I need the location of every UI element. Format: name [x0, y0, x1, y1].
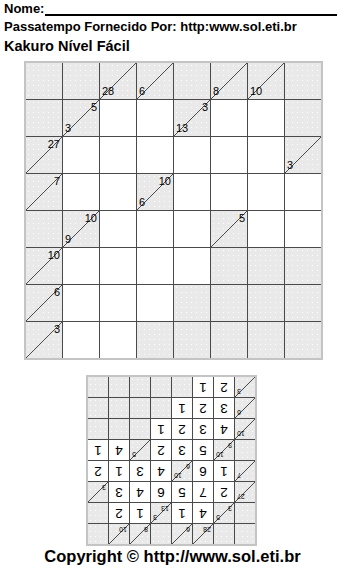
block-cell: [248, 248, 284, 284]
across-clue: 27: [237, 493, 245, 500]
solution-digit: 2: [214, 482, 234, 502]
solution-cell: 4: [214, 419, 234, 439]
entry-cell[interactable]: [174, 137, 210, 173]
across-clue: 3: [237, 388, 241, 395]
solution-cell: 1: [109, 461, 129, 481]
entry-cell[interactable]: [100, 137, 136, 173]
entry-cell[interactable]: [211, 137, 247, 173]
entry-cell[interactable]: [63, 248, 99, 284]
down-clue: 6: [186, 463, 190, 470]
entry-cell[interactable]: [63, 285, 99, 321]
across-clue: 10: [216, 451, 224, 458]
entry-cell[interactable]: [137, 211, 173, 247]
block-cell: [151, 377, 171, 397]
clue-cell: 3: [26, 322, 62, 358]
clue-cell: 10: [235, 419, 255, 439]
solution-cell: 5: [172, 482, 192, 502]
down-clue: 28: [203, 526, 211, 533]
solution-cell: 2: [109, 503, 129, 523]
solution-digit: 2: [172, 419, 192, 439]
block-cell: [248, 322, 284, 358]
down-clue: 13: [161, 505, 169, 512]
block-cell: [88, 524, 108, 544]
across-clue: 10: [85, 213, 97, 224]
entry-cell[interactable]: [63, 322, 99, 358]
entry-cell[interactable]: [137, 137, 173, 173]
across-clue: 5: [239, 213, 245, 224]
solution-digit: 5: [172, 482, 192, 502]
block-cell: [88, 503, 108, 523]
solution-grid-rotated: 2868105341313122727564337161064312109532…: [86, 375, 257, 546]
block-cell: [285, 285, 321, 321]
solution-digit: 1: [214, 461, 234, 481]
entry-cell[interactable]: [100, 285, 136, 321]
entry-cell[interactable]: [137, 285, 173, 321]
across-clue: 6: [54, 287, 60, 298]
across-clue: 5: [91, 102, 97, 113]
entry-cell[interactable]: [248, 174, 284, 210]
solution-cell: 1: [172, 398, 192, 418]
clue-cell: 3: [235, 377, 255, 397]
block-cell: [174, 322, 210, 358]
block-cell: [26, 100, 62, 136]
clue-cell: 7: [235, 461, 255, 481]
across-clue: 10: [48, 250, 60, 261]
solution-cell: 2: [151, 440, 171, 460]
block-cell: [88, 377, 108, 397]
solution-digit: 4: [130, 482, 150, 502]
solution-cell: 1: [130, 503, 150, 523]
solution-cell: 1: [172, 503, 192, 523]
solution-cell: 1: [214, 461, 234, 481]
down-clue: 9: [228, 442, 232, 449]
clue-cell: 10: [248, 63, 284, 99]
entry-cell[interactable]: [63, 174, 99, 210]
entry-cell[interactable]: [100, 100, 136, 136]
entry-cell[interactable]: [137, 100, 173, 136]
solution-cell: 1: [151, 419, 171, 439]
solution-digit: 2: [151, 440, 171, 460]
entry-cell[interactable]: [100, 211, 136, 247]
block-cell: [130, 377, 150, 397]
clue-cell: 28: [100, 63, 136, 99]
solution-digit: 3: [193, 419, 213, 439]
across-clue: 10: [174, 472, 182, 479]
block-cell: [285, 100, 321, 136]
entry-cell[interactable]: [248, 211, 284, 247]
solution-digit: 3: [172, 440, 192, 460]
clue-cell: 27: [235, 482, 255, 502]
across-clue: 7: [54, 176, 60, 187]
solution-cell: 6: [151, 482, 171, 502]
block-cell: [235, 440, 255, 460]
block-cell: [26, 63, 62, 99]
solution-cell: 5: [193, 440, 213, 460]
across-clue: 6: [237, 409, 241, 416]
solution-cell: 6: [193, 461, 213, 481]
solution-digit: 1: [193, 377, 213, 397]
block-cell: [211, 285, 247, 321]
solution-digit: 1: [88, 440, 108, 460]
block-cell: [88, 419, 108, 439]
clue-cell: 6: [137, 63, 173, 99]
across-clue: 10: [159, 176, 171, 187]
down-clue: 3: [65, 123, 71, 134]
solution-digit: 2: [88, 461, 108, 481]
down-clue: 6: [186, 526, 190, 533]
block-cell: [211, 322, 247, 358]
solution-cell: 3: [109, 482, 129, 502]
clue-cell: 6: [235, 398, 255, 418]
solution-digit: 1: [130, 503, 150, 523]
down-clue: 8: [213, 86, 219, 97]
clue-cell: 10: [26, 248, 62, 284]
down-clue: 13: [176, 123, 188, 134]
down-clue: 6: [139, 197, 145, 208]
clue-cell: 106: [172, 461, 192, 481]
clue-cell: 6: [26, 285, 62, 321]
solution-digit: 6: [151, 482, 171, 502]
entry-cell[interactable]: [100, 174, 136, 210]
entry-cell[interactable]: [248, 100, 284, 136]
solution-digit: 1: [172, 398, 192, 418]
clue-cell: 5: [130, 440, 150, 460]
solution-cell: 7: [193, 482, 213, 502]
solution-digit: 6: [193, 461, 213, 481]
solution-cell: 2: [214, 377, 234, 397]
block-cell: [26, 211, 62, 247]
down-clue: 8: [144, 526, 148, 533]
clue-cell: 109: [214, 440, 234, 460]
solution-cell: 1: [88, 440, 108, 460]
down-clue: 6: [139, 86, 145, 97]
entry-cell[interactable]: [285, 174, 321, 210]
block-cell: [151, 398, 171, 418]
block-cell: [285, 63, 321, 99]
clue-cell: 3: [285, 137, 321, 173]
provider-text: Passatempo Fornecido Por: http:www.sol.e…: [4, 19, 297, 34]
entry-cell[interactable]: [63, 137, 99, 173]
solution-digit: 1: [151, 419, 171, 439]
solution-digit: 4: [214, 419, 234, 439]
entry-cell[interactable]: [211, 174, 247, 210]
block-cell: [130, 419, 150, 439]
across-clue: 3: [202, 102, 208, 113]
clue-cell: 27: [26, 137, 62, 173]
solution-digit: 1: [172, 503, 192, 523]
block-cell: [137, 322, 173, 358]
entry-cell[interactable]: [174, 248, 210, 284]
solution-cell: 2: [193, 398, 213, 418]
solution-digit: 3: [130, 461, 150, 481]
page-title: Kakuro Nível Fácil: [4, 38, 130, 54]
solution-cell: 3: [214, 398, 234, 418]
across-clue: 27: [48, 139, 60, 150]
solution-cell: 3: [130, 461, 150, 481]
clue-cell: 5: [211, 211, 247, 247]
across-clue: 5: [132, 451, 136, 458]
solution-cell: 3: [193, 419, 213, 439]
name-label: Nome:: [4, 1, 44, 16]
clue-cell: 10: [109, 524, 129, 544]
clue-cell: 3: [88, 482, 108, 502]
entry-cell[interactable]: [174, 174, 210, 210]
kakuro-page: Nome: Passatempo Fornecido Por: http:www…: [0, 0, 345, 572]
block-cell: [109, 398, 129, 418]
clue-cell: 28: [193, 524, 213, 544]
block-cell: [174, 285, 210, 321]
clue-cell: 313: [174, 100, 210, 136]
solution-cell: 1: [193, 377, 213, 397]
block-cell: [235, 503, 255, 523]
down-clue: 3: [102, 484, 106, 491]
clue-cell: 106: [137, 174, 173, 210]
clue-cell: 109: [63, 211, 99, 247]
down-clue: 9: [65, 234, 71, 245]
block-cell: [214, 524, 234, 544]
entry-cell[interactable]: [211, 100, 247, 136]
entry-cell[interactable]: [100, 322, 136, 358]
solution-digit: 2: [109, 503, 129, 523]
clue-cell: 313: [151, 503, 171, 523]
solution-cell: 2: [214, 482, 234, 502]
solution-digit: 1: [109, 461, 129, 481]
solution-cell: 4: [109, 440, 129, 460]
across-clue: 10: [237, 430, 245, 437]
solution-digit: 4: [151, 461, 171, 481]
across-clue: 5: [216, 514, 220, 521]
entry-cell[interactable]: [100, 248, 136, 284]
across-clue: 7: [237, 472, 241, 479]
block-cell: [88, 398, 108, 418]
solution-digit: 4: [193, 503, 213, 523]
solution-cell: 4: [151, 461, 171, 481]
block-cell: [172, 377, 192, 397]
block-cell: [109, 419, 129, 439]
block-cell: [285, 322, 321, 358]
puzzle-grid: 28681053313273710610951063: [24, 61, 323, 360]
block-cell: [248, 285, 284, 321]
clue-cell: 6: [172, 524, 192, 544]
down-clue: 28: [102, 86, 114, 97]
block-cell: [130, 398, 150, 418]
name-underline: [45, 14, 337, 16]
block-cell: [63, 63, 99, 99]
block-cell: [285, 248, 321, 284]
solution-digit: 7: [193, 482, 213, 502]
solution-cell: 4: [193, 503, 213, 523]
entry-cell[interactable]: [248, 137, 284, 173]
block-cell: [151, 524, 171, 544]
solution-digit: 4: [109, 440, 129, 460]
entry-cell[interactable]: [137, 248, 173, 284]
solution-digit: 3: [109, 482, 129, 502]
down-clue: 10: [119, 526, 127, 533]
clue-cell: 53: [214, 503, 234, 523]
down-clue: 10: [250, 86, 262, 97]
block-cell: [211, 248, 247, 284]
solution-cell: 2: [88, 461, 108, 481]
copyright-text: Copyright © http://www.sol.eti.br: [0, 547, 345, 566]
solution-digit: 2: [193, 398, 213, 418]
block-cell: [109, 377, 129, 397]
block-cell: [174, 63, 210, 99]
clue-cell: 53: [63, 100, 99, 136]
across-clue: 3: [153, 514, 157, 521]
entry-cell[interactable]: [174, 211, 210, 247]
solution-digit: 3: [214, 398, 234, 418]
clue-cell: 7: [26, 174, 62, 210]
down-clue: 3: [287, 160, 293, 171]
solution-cell: 2: [172, 419, 192, 439]
clue-cell: 8: [130, 524, 150, 544]
solution-digit: 5: [193, 440, 213, 460]
entry-cell[interactable]: [285, 211, 321, 247]
block-cell: [235, 524, 255, 544]
down-clue: 3: [228, 505, 232, 512]
clue-cell: 8: [211, 63, 247, 99]
solution-digit: 2: [214, 377, 234, 397]
across-clue: 3: [54, 324, 60, 335]
solution-cell: 4: [130, 482, 150, 502]
solution-cell: 3: [172, 440, 192, 460]
